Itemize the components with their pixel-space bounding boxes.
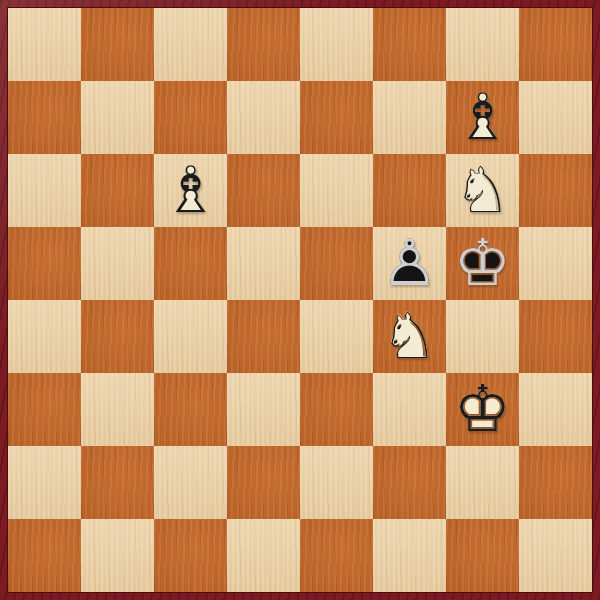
square-c3[interactable] bbox=[154, 373, 227, 446]
square-a8[interactable] bbox=[8, 8, 81, 81]
square-c5[interactable] bbox=[154, 227, 227, 300]
square-f4[interactable]: ♞♘ bbox=[373, 300, 446, 373]
square-a2[interactable] bbox=[8, 446, 81, 519]
square-b3[interactable] bbox=[81, 373, 154, 446]
square-g1[interactable] bbox=[446, 519, 519, 592]
square-e3[interactable] bbox=[300, 373, 373, 446]
square-e8[interactable] bbox=[300, 8, 373, 81]
square-b4[interactable] bbox=[81, 300, 154, 373]
piece-white-king-g3[interactable]: ♚♔ bbox=[446, 373, 519, 446]
square-c8[interactable] bbox=[154, 8, 227, 81]
square-c2[interactable] bbox=[154, 446, 227, 519]
square-c7[interactable] bbox=[154, 81, 227, 154]
square-e5[interactable] bbox=[300, 227, 373, 300]
white-bishop-glyph-outline: ♗ bbox=[446, 81, 519, 154]
piece-white-knight-g6[interactable]: ♞♘ bbox=[446, 154, 519, 227]
square-f3[interactable] bbox=[373, 373, 446, 446]
square-a4[interactable] bbox=[8, 300, 81, 373]
square-b5[interactable] bbox=[81, 227, 154, 300]
white-knight-glyph-outline: ♘ bbox=[373, 300, 446, 373]
square-f1[interactable] bbox=[373, 519, 446, 592]
square-d3[interactable] bbox=[227, 373, 300, 446]
square-f5[interactable]: ♟♙ bbox=[373, 227, 446, 300]
square-d1[interactable] bbox=[227, 519, 300, 592]
square-a5[interactable] bbox=[8, 227, 81, 300]
square-h1[interactable] bbox=[519, 519, 592, 592]
square-a3[interactable] bbox=[8, 373, 81, 446]
board-inner-rim: ♝♗♝♗♞♘♟♙♚♔♞♘♚♔ bbox=[7, 7, 593, 593]
piece-white-bishop-g7[interactable]: ♝♗ bbox=[446, 81, 519, 154]
square-b1[interactable] bbox=[81, 519, 154, 592]
square-g7[interactable]: ♝♗ bbox=[446, 81, 519, 154]
square-d6[interactable] bbox=[227, 154, 300, 227]
square-h3[interactable] bbox=[519, 373, 592, 446]
square-h2[interactable] bbox=[519, 446, 592, 519]
white-knight-glyph-outline: ♘ bbox=[446, 154, 519, 227]
black-pawn-glyph-outline: ♙ bbox=[373, 227, 446, 300]
square-c4[interactable] bbox=[154, 300, 227, 373]
piece-black-king-g5[interactable]: ♚♔ bbox=[446, 227, 519, 300]
square-g3[interactable]: ♚♔ bbox=[446, 373, 519, 446]
square-b6[interactable] bbox=[81, 154, 154, 227]
board-frame: ♝♗♝♗♞♘♟♙♚♔♞♘♚♔ bbox=[0, 0, 600, 600]
square-d4[interactable] bbox=[227, 300, 300, 373]
square-d7[interactable] bbox=[227, 81, 300, 154]
square-e2[interactable] bbox=[300, 446, 373, 519]
square-a6[interactable] bbox=[8, 154, 81, 227]
square-f8[interactable] bbox=[373, 8, 446, 81]
piece-black-pawn-f5[interactable]: ♟♙ bbox=[373, 227, 446, 300]
chess-board: ♝♗♝♗♞♘♟♙♚♔♞♘♚♔ bbox=[8, 8, 592, 592]
square-e6[interactable] bbox=[300, 154, 373, 227]
white-king-glyph-outline: ♔ bbox=[446, 373, 519, 446]
square-b7[interactable] bbox=[81, 81, 154, 154]
square-b2[interactable] bbox=[81, 446, 154, 519]
square-g6[interactable]: ♞♘ bbox=[446, 154, 519, 227]
square-g8[interactable] bbox=[446, 8, 519, 81]
square-e4[interactable] bbox=[300, 300, 373, 373]
square-f2[interactable] bbox=[373, 446, 446, 519]
square-c6[interactable]: ♝♗ bbox=[154, 154, 227, 227]
piece-white-bishop-c6[interactable]: ♝♗ bbox=[154, 154, 227, 227]
square-g4[interactable] bbox=[446, 300, 519, 373]
piece-white-knight-f4[interactable]: ♞♘ bbox=[373, 300, 446, 373]
square-f7[interactable] bbox=[373, 81, 446, 154]
square-b8[interactable] bbox=[81, 8, 154, 81]
white-bishop-glyph-outline: ♗ bbox=[154, 154, 227, 227]
square-h4[interactable] bbox=[519, 300, 592, 373]
square-d5[interactable] bbox=[227, 227, 300, 300]
square-g2[interactable] bbox=[446, 446, 519, 519]
black-king-glyph-outline: ♔ bbox=[446, 227, 519, 300]
square-d8[interactable] bbox=[227, 8, 300, 81]
square-c1[interactable] bbox=[154, 519, 227, 592]
square-f6[interactable] bbox=[373, 154, 446, 227]
square-a1[interactable] bbox=[8, 519, 81, 592]
square-g5[interactable]: ♚♔ bbox=[446, 227, 519, 300]
square-h8[interactable] bbox=[519, 8, 592, 81]
square-e7[interactable] bbox=[300, 81, 373, 154]
square-d2[interactable] bbox=[227, 446, 300, 519]
square-h7[interactable] bbox=[519, 81, 592, 154]
square-h5[interactable] bbox=[519, 227, 592, 300]
chess-diagram: ♝♗♝♗♞♘♟♙♚♔♞♘♚♔ bbox=[0, 0, 600, 600]
square-a7[interactable] bbox=[8, 81, 81, 154]
square-e1[interactable] bbox=[300, 519, 373, 592]
square-h6[interactable] bbox=[519, 154, 592, 227]
